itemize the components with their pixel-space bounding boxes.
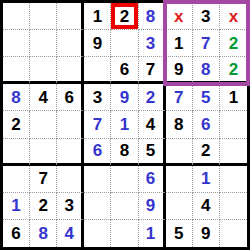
cell-r8c4[interactable] [84,193,111,220]
cell-r9c1[interactable]: 6 [3,220,30,247]
cell-r4c1[interactable]: 8 [3,84,30,111]
cell-r7c7[interactable] [166,166,193,193]
cell-r3c1[interactable] [3,57,30,84]
cell-r1c4[interactable]: 1 [84,3,111,30]
cell-r4c8[interactable]: 5 [193,84,220,111]
cell-r4c7[interactable]: 7 [166,84,193,111]
cell-r5c9[interactable] [220,111,247,138]
cell-r7c6[interactable]: 6 [139,166,166,193]
cell-r5c7[interactable]: 8 [166,111,193,138]
cell-r9c7[interactable]: 5 [166,220,193,247]
cell-r4c2[interactable]: 4 [30,84,57,111]
sudoku-board: 128x3x9317267982846392751271486685276112… [0,0,250,250]
cell-r6c4[interactable]: 6 [84,139,111,166]
cell-r9c5[interactable] [111,220,138,247]
cell-r2c1[interactable] [3,30,30,57]
cell-r1c3[interactable] [57,3,84,30]
cell-r5c5[interactable]: 1 [111,111,138,138]
cell-r2c4[interactable]: 9 [84,30,111,57]
cell-r6c1[interactable] [3,139,30,166]
cell-r8c6[interactable]: 9 [139,193,166,220]
cell-r3c8[interactable]: 8 [193,57,220,84]
cell-r3c6[interactable]: 7 [139,57,166,84]
cell-r1c2[interactable] [30,3,57,30]
cell-r2c8[interactable]: 7 [193,30,220,57]
cell-r9c6[interactable]: 1 [139,220,166,247]
cell-r8c2[interactable]: 2 [30,193,57,220]
cell-r4c5[interactable]: 9 [111,84,138,111]
cell-r8c3[interactable]: 3 [57,193,84,220]
cell-r2c2[interactable] [30,30,57,57]
cell-r7c3[interactable] [57,166,84,193]
cell-r2c5[interactable] [111,30,138,57]
cell-r8c7[interactable] [166,193,193,220]
cell-r1c7[interactable]: x [166,3,193,30]
cell-r1c8[interactable]: 3 [193,3,220,30]
cell-r8c9[interactable] [220,193,247,220]
cell-r1c1[interactable] [3,3,30,30]
cell-r4c9[interactable]: 1 [220,84,247,111]
cell-r3c2[interactable] [30,57,57,84]
cell-r6c3[interactable] [57,139,84,166]
cell-r7c9[interactable] [220,166,247,193]
cell-r9c3[interactable]: 4 [57,220,84,247]
cell-r8c1[interactable]: 1 [3,193,30,220]
cell-r6c2[interactable] [30,139,57,166]
cell-r5c4[interactable]: 7 [84,111,111,138]
cell-r4c6[interactable]: 2 [139,84,166,111]
cell-r9c4[interactable] [84,220,111,247]
cell-r3c7[interactable]: 9 [166,57,193,84]
cell-r5c2[interactable] [30,111,57,138]
cell-r4c3[interactable]: 6 [57,84,84,111]
cell-r6c7[interactable] [166,139,193,166]
cell-r9c2[interactable]: 8 [30,220,57,247]
cell-r8c8[interactable]: 4 [193,193,220,220]
cell-r6c8[interactable]: 2 [193,139,220,166]
cell-r3c4[interactable] [84,57,111,84]
cell-r5c1[interactable]: 2 [3,111,30,138]
cell-r1c5[interactable]: 2 [111,3,138,30]
cell-r6c5[interactable]: 8 [111,139,138,166]
cell-r7c8[interactable]: 1 [193,166,220,193]
cell-r3c5[interactable]: 6 [111,57,138,84]
cell-r2c9[interactable]: 2 [220,30,247,57]
cell-r2c6[interactable]: 3 [139,30,166,57]
cell-r6c9[interactable] [220,139,247,166]
cell-r7c2[interactable]: 7 [30,166,57,193]
cell-r1c9[interactable]: x [220,3,247,30]
cell-r8c5[interactable] [111,193,138,220]
cell-r5c6[interactable]: 4 [139,111,166,138]
cell-r5c8[interactable]: 6 [193,111,220,138]
cell-r9c8[interactable]: 9 [193,220,220,247]
cell-r1c6[interactable]: 8 [139,3,166,30]
cell-r2c7[interactable]: 1 [166,30,193,57]
cell-r9c9[interactable] [220,220,247,247]
cell-r7c4[interactable] [84,166,111,193]
cell-r6c6[interactable]: 5 [139,139,166,166]
cell-r3c3[interactable] [57,57,84,84]
cell-r7c5[interactable] [111,166,138,193]
cell-r2c3[interactable] [57,30,84,57]
cell-r5c3[interactable] [57,111,84,138]
cell-r4c4[interactable]: 3 [84,84,111,111]
cell-r7c1[interactable] [3,166,30,193]
cell-r3c9[interactable]: 2 [220,57,247,84]
